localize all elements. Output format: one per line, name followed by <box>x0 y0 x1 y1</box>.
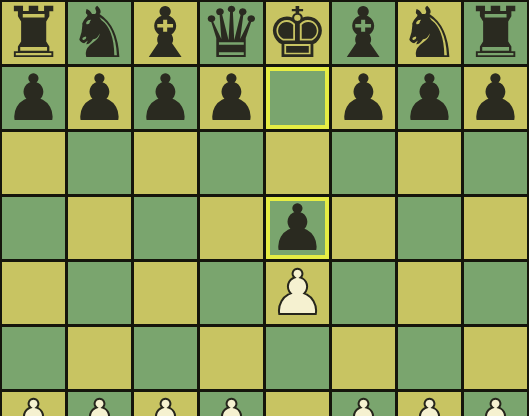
piece-white-pawn[interactable]: ♟ <box>72 392 128 416</box>
piece-black-pawn[interactable]: ♟ <box>137 66 194 130</box>
square-f3[interactable] <box>332 327 395 389</box>
square-a5[interactable] <box>2 197 65 259</box>
square-b6[interactable] <box>68 132 131 194</box>
square-g7[interactable]: ♟ <box>398 67 461 129</box>
square-e3[interactable] <box>266 327 329 389</box>
square-c2[interactable]: ♟ <box>134 392 197 416</box>
square-c3[interactable] <box>134 327 197 389</box>
square-e8[interactable]: ♚ <box>266 2 329 64</box>
square-g6[interactable] <box>398 132 461 194</box>
square-f8[interactable]: ♝ <box>332 2 395 64</box>
piece-white-pawn[interactable]: ♟ <box>270 262 326 324</box>
square-a8[interactable]: ♜ <box>2 2 65 64</box>
piece-black-queen[interactable]: ♛ <box>200 0 263 68</box>
piece-white-pawn[interactable]: ♟ <box>402 392 458 416</box>
square-d5[interactable] <box>200 197 263 259</box>
square-a2[interactable]: ♟ <box>2 392 65 416</box>
square-a4[interactable] <box>2 262 65 324</box>
square-c6[interactable] <box>134 132 197 194</box>
square-b4[interactable] <box>68 262 131 324</box>
piece-white-pawn[interactable]: ♟ <box>204 392 260 416</box>
square-g3[interactable] <box>398 327 461 389</box>
square-a3[interactable] <box>2 327 65 389</box>
square-h6[interactable] <box>464 132 527 194</box>
square-h7[interactable]: ♟ <box>464 67 527 129</box>
square-b8[interactable]: ♞ <box>68 2 131 64</box>
piece-black-pawn[interactable]: ♟ <box>71 66 128 130</box>
square-b7[interactable]: ♟ <box>68 67 131 129</box>
square-h3[interactable] <box>464 327 527 389</box>
square-d7[interactable]: ♟ <box>200 67 263 129</box>
square-h8[interactable]: ♜ <box>464 2 527 64</box>
piece-black-pawn[interactable]: ♟ <box>5 66 62 130</box>
square-h5[interactable] <box>464 197 527 259</box>
piece-black-bishop[interactable]: ♝ <box>332 0 395 68</box>
piece-white-pawn[interactable]: ♟ <box>468 392 524 416</box>
square-c8[interactable]: ♝ <box>134 2 197 64</box>
square-e6[interactable] <box>266 132 329 194</box>
square-g2[interactable]: ♟ <box>398 392 461 416</box>
square-h4[interactable] <box>464 262 527 324</box>
square-a7[interactable]: ♟ <box>2 67 65 129</box>
piece-black-pawn[interactable]: ♟ <box>335 66 392 130</box>
square-g8[interactable]: ♞ <box>398 2 461 64</box>
square-b2[interactable]: ♟ <box>68 392 131 416</box>
piece-black-king[interactable]: ♚ <box>266 0 329 68</box>
square-g5[interactable] <box>398 197 461 259</box>
square-f6[interactable] <box>332 132 395 194</box>
square-c7[interactable]: ♟ <box>134 67 197 129</box>
square-e2[interactable] <box>266 392 329 416</box>
piece-black-pawn[interactable]: ♟ <box>203 66 260 130</box>
square-f2[interactable]: ♟ <box>332 392 395 416</box>
piece-black-pawn[interactable]: ♟ <box>467 66 524 130</box>
piece-white-pawn[interactable]: ♟ <box>6 392 62 416</box>
piece-black-pawn[interactable]: ♟ <box>401 66 458 130</box>
square-f4[interactable] <box>332 262 395 324</box>
square-f7[interactable]: ♟ <box>332 67 395 129</box>
square-f5[interactable] <box>332 197 395 259</box>
square-b5[interactable] <box>68 197 131 259</box>
square-b3[interactable] <box>68 327 131 389</box>
square-d8[interactable]: ♛ <box>200 2 263 64</box>
square-e7[interactable] <box>266 67 329 129</box>
square-h2[interactable]: ♟ <box>464 392 527 416</box>
piece-white-pawn[interactable]: ♟ <box>138 392 194 416</box>
square-c4[interactable] <box>134 262 197 324</box>
square-d3[interactable] <box>200 327 263 389</box>
square-d6[interactable] <box>200 132 263 194</box>
piece-white-pawn[interactable]: ♟ <box>336 392 392 416</box>
square-c5[interactable] <box>134 197 197 259</box>
piece-black-bishop[interactable]: ♝ <box>134 0 197 68</box>
square-d4[interactable] <box>200 262 263 324</box>
square-d2[interactable]: ♟ <box>200 392 263 416</box>
square-e5[interactable]: ♟ <box>266 197 329 259</box>
square-e4[interactable]: ♟ <box>266 262 329 324</box>
chess-board: ♜♞♝♛♚♝♞♜♟♟♟♟♟♟♟♟♟♟♟♟♟♟♟♟ <box>0 0 529 416</box>
piece-black-knight[interactable]: ♞ <box>68 0 131 68</box>
square-a6[interactable] <box>2 132 65 194</box>
piece-black-rook[interactable]: ♜ <box>464 0 527 68</box>
piece-black-pawn[interactable]: ♟ <box>269 196 326 260</box>
chess-board-viewport: ♜♞♝♛♚♝♞♜♟♟♟♟♟♟♟♟♟♟♟♟♟♟♟♟ <box>0 0 529 416</box>
square-g4[interactable] <box>398 262 461 324</box>
piece-black-rook[interactable]: ♜ <box>2 0 65 68</box>
piece-black-knight[interactable]: ♞ <box>398 0 461 68</box>
